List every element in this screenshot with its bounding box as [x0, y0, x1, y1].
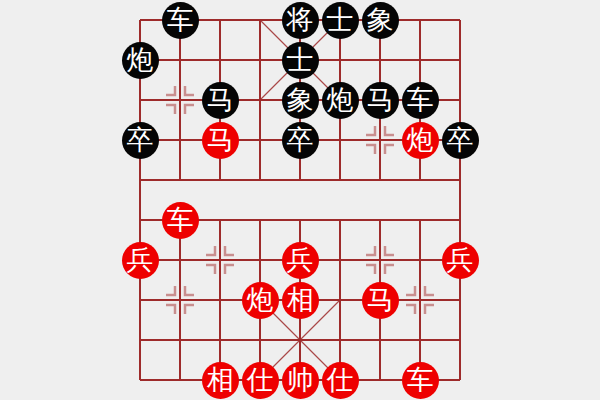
piece-black-pawn[interactable]: 卒 [122, 122, 159, 159]
piece-black-advisor[interactable]: 士 [282, 42, 319, 79]
piece-red-cannon[interactable]: 炮 [242, 282, 279, 319]
piece-black-chariot[interactable]: 车 [402, 82, 439, 119]
piece-red-cannon[interactable]: 炮 [402, 122, 439, 159]
piece-black-general[interactable]: 将 [282, 2, 319, 39]
piece-black-chariot[interactable]: 车 [162, 2, 199, 39]
piece-black-pawn[interactable]: 卒 [442, 122, 479, 159]
piece-red-pawn[interactable]: 兵 [282, 242, 319, 279]
xiangqi-board: 车将士象炮士马象炮马车卒卒卒马炮车兵兵兵炮相马相仕帅仕车 [0, 0, 600, 400]
piece-black-advisor[interactable]: 士 [322, 2, 359, 39]
piece-red-horse[interactable]: 马 [202, 122, 239, 159]
piece-red-pawn[interactable]: 兵 [122, 242, 159, 279]
piece-red-pawn[interactable]: 兵 [442, 242, 479, 279]
piece-black-cannon[interactable]: 炮 [122, 42, 159, 79]
piece-red-advisor[interactable]: 仕 [322, 362, 359, 399]
piece-black-horse[interactable]: 马 [202, 82, 239, 119]
piece-red-advisor[interactable]: 仕 [242, 362, 279, 399]
piece-red-chariot[interactable]: 车 [162, 202, 199, 239]
piece-black-horse[interactable]: 马 [362, 82, 399, 119]
piece-black-pawn[interactable]: 卒 [282, 122, 319, 159]
board-grid[interactable]: 车将士象炮士马象炮马车卒卒卒马炮车兵兵兵炮相马相仕帅仕车 [120, 0, 480, 400]
piece-black-elephant[interactable]: 象 [282, 82, 319, 119]
piece-red-general[interactable]: 帅 [282, 362, 319, 399]
piece-red-elephant[interactable]: 相 [282, 282, 319, 319]
piece-black-elephant[interactable]: 象 [362, 2, 399, 39]
piece-red-horse[interactable]: 马 [362, 282, 399, 319]
piece-red-elephant[interactable]: 相 [202, 362, 239, 399]
piece-red-chariot[interactable]: 车 [402, 362, 439, 399]
piece-black-cannon[interactable]: 炮 [322, 82, 359, 119]
